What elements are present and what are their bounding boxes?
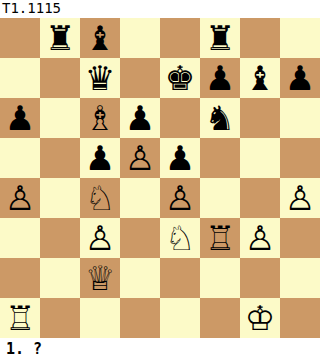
square-f2[interactable] <box>200 258 240 298</box>
square-g5[interactable] <box>240 138 280 178</box>
square-h3[interactable] <box>280 218 320 258</box>
square-e5[interactable]: ♟ <box>160 138 200 178</box>
square-e8[interactable] <box>160 18 200 58</box>
piece-white-pawn[interactable]: ♙ <box>5 178 35 218</box>
square-g4[interactable] <box>240 178 280 218</box>
square-c5[interactable]: ♟ <box>80 138 120 178</box>
square-c2[interactable]: ♕ <box>80 258 120 298</box>
square-d8[interactable] <box>120 18 160 58</box>
square-a1[interactable]: ♖ <box>0 298 40 338</box>
square-g1[interactable]: ♔ <box>240 298 280 338</box>
piece-black-king[interactable]: ♚ <box>165 58 195 98</box>
square-d1[interactable] <box>120 298 160 338</box>
square-d4[interactable] <box>120 178 160 218</box>
square-c7[interactable]: ♛ <box>80 58 120 98</box>
square-e1[interactable] <box>160 298 200 338</box>
square-e4[interactable]: ♙ <box>160 178 200 218</box>
square-b7[interactable] <box>40 58 80 98</box>
piece-black-knight[interactable]: ♞ <box>205 98 235 138</box>
square-d5[interactable]: ♙ <box>120 138 160 178</box>
square-b3[interactable] <box>40 218 80 258</box>
square-e2[interactable] <box>160 258 200 298</box>
square-d6[interactable]: ♟ <box>120 98 160 138</box>
square-h8[interactable] <box>280 18 320 58</box>
square-c4[interactable]: ♘ <box>80 178 120 218</box>
chess-puzzle-page: T1.1115 ♜♝♜♛♚♟♝♟♟♗♟♞♟♙♟♙♘♙♙♙♘♖♙♕♖♔ 1. ? <box>0 0 320 360</box>
square-f1[interactable] <box>200 298 240 338</box>
square-c6[interactable]: ♗ <box>80 98 120 138</box>
square-e7[interactable]: ♚ <box>160 58 200 98</box>
square-f3[interactable]: ♖ <box>200 218 240 258</box>
piece-black-pawn[interactable]: ♟ <box>125 98 155 138</box>
square-h7[interactable]: ♟ <box>280 58 320 98</box>
square-g3[interactable]: ♙ <box>240 218 280 258</box>
square-f5[interactable] <box>200 138 240 178</box>
square-h5[interactable] <box>280 138 320 178</box>
square-g8[interactable] <box>240 18 280 58</box>
piece-black-bishop[interactable]: ♝ <box>85 18 115 58</box>
square-g7[interactable]: ♝ <box>240 58 280 98</box>
puzzle-title: T1.1115 <box>0 0 320 18</box>
square-d7[interactable] <box>120 58 160 98</box>
move-prompt: 1. ? <box>0 338 320 360</box>
piece-white-pawn[interactable]: ♙ <box>85 218 115 258</box>
square-f6[interactable]: ♞ <box>200 98 240 138</box>
square-e3[interactable]: ♘ <box>160 218 200 258</box>
piece-white-pawn[interactable]: ♙ <box>125 138 155 178</box>
square-b6[interactable] <box>40 98 80 138</box>
square-a3[interactable] <box>0 218 40 258</box>
piece-black-pawn[interactable]: ♟ <box>85 138 115 178</box>
piece-black-rook[interactable]: ♜ <box>45 18 75 58</box>
square-a5[interactable] <box>0 138 40 178</box>
square-f8[interactable]: ♜ <box>200 18 240 58</box>
square-f7[interactable]: ♟ <box>200 58 240 98</box>
piece-black-bishop[interactable]: ♝ <box>245 58 275 98</box>
square-g2[interactable] <box>240 258 280 298</box>
piece-white-rook[interactable]: ♖ <box>205 218 235 258</box>
square-b5[interactable] <box>40 138 80 178</box>
piece-white-queen[interactable]: ♕ <box>85 258 115 298</box>
square-f4[interactable] <box>200 178 240 218</box>
square-b2[interactable] <box>40 258 80 298</box>
square-a7[interactable] <box>0 58 40 98</box>
piece-white-pawn[interactable]: ♙ <box>285 178 315 218</box>
square-a4[interactable]: ♙ <box>0 178 40 218</box>
piece-black-queen[interactable]: ♛ <box>85 58 115 98</box>
square-d3[interactable] <box>120 218 160 258</box>
piece-white-king[interactable]: ♔ <box>245 298 275 338</box>
square-b1[interactable] <box>40 298 80 338</box>
piece-black-rook[interactable]: ♜ <box>205 18 235 58</box>
piece-white-pawn[interactable]: ♙ <box>245 218 275 258</box>
piece-black-pawn[interactable]: ♟ <box>205 58 235 98</box>
square-h6[interactable] <box>280 98 320 138</box>
chess-board: ♜♝♜♛♚♟♝♟♟♗♟♞♟♙♟♙♘♙♙♙♘♖♙♕♖♔ <box>0 18 320 338</box>
square-a6[interactable]: ♟ <box>0 98 40 138</box>
piece-white-knight[interactable]: ♘ <box>85 178 115 218</box>
square-e6[interactable] <box>160 98 200 138</box>
square-d2[interactable] <box>120 258 160 298</box>
piece-black-pawn[interactable]: ♟ <box>5 98 35 138</box>
square-b8[interactable]: ♜ <box>40 18 80 58</box>
square-a2[interactable] <box>0 258 40 298</box>
piece-white-pawn[interactable]: ♙ <box>165 178 195 218</box>
piece-white-bishop[interactable]: ♗ <box>85 98 115 138</box>
piece-black-pawn[interactable]: ♟ <box>165 138 195 178</box>
square-g6[interactable] <box>240 98 280 138</box>
square-c3[interactable]: ♙ <box>80 218 120 258</box>
piece-white-rook[interactable]: ♖ <box>5 298 35 338</box>
square-h4[interactable]: ♙ <box>280 178 320 218</box>
square-h1[interactable] <box>280 298 320 338</box>
piece-black-pawn[interactable]: ♟ <box>285 58 315 98</box>
square-c1[interactable] <box>80 298 120 338</box>
square-c8[interactable]: ♝ <box>80 18 120 58</box>
square-a8[interactable] <box>0 18 40 58</box>
piece-white-knight[interactable]: ♘ <box>165 218 195 258</box>
square-h2[interactable] <box>280 258 320 298</box>
square-b4[interactable] <box>40 178 80 218</box>
